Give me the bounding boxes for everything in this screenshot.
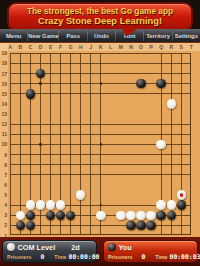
- row-label-18: 18: [0, 60, 7, 66]
- col-label-H: H: [79, 44, 83, 50]
- col-label-P: P: [149, 44, 152, 50]
- hoshi-K10: [100, 143, 103, 146]
- promo-line2: Crazy Stone Deep Learning!: [38, 16, 162, 27]
- white-stone-C4: [26, 200, 35, 209]
- col-label-Q: Q: [159, 44, 163, 50]
- hoshi-D10: [39, 143, 42, 146]
- row-label-8: 8: [0, 162, 7, 168]
- white-stone-K3: [96, 211, 105, 220]
- col-label-C: C: [29, 44, 33, 50]
- col-label-D: D: [39, 44, 43, 50]
- menu-item-pass[interactable]: Pass: [58, 31, 86, 41]
- you-prisoners-label: Prisoners: [108, 254, 132, 260]
- row-label-5: 5: [0, 192, 7, 198]
- white-stone-Q10: [156, 140, 165, 149]
- black-stone-P2: [146, 221, 155, 230]
- com-time-value: 00:00:00: [69, 253, 100, 261]
- hoshi-K16: [100, 82, 103, 85]
- menu-bar: MenuNew GamePassUndoHintTerritorySetting…: [0, 29, 200, 42]
- last-move-marker: [180, 193, 183, 196]
- black-stone-Q3: [156, 211, 165, 220]
- promo-banner[interactable]: The strongest, the best Go game app Craz…: [7, 2, 193, 32]
- white-stone-M3: [116, 211, 125, 220]
- white-stone-H5: [76, 190, 85, 199]
- col-label-S: S: [180, 44, 183, 50]
- white-stone-D4: [36, 200, 45, 209]
- black-stone-N2: [126, 221, 135, 230]
- black-stone-C15: [26, 89, 35, 98]
- white-stone-Q4: [156, 200, 165, 209]
- row-label-7: 7: [0, 172, 7, 178]
- black-stone-C3: [26, 211, 35, 220]
- you-prisoners-value: 0: [141, 253, 145, 261]
- black-stone-O16: [136, 79, 145, 88]
- col-label-B: B: [19, 44, 23, 50]
- white-stone-F4: [56, 200, 65, 209]
- white-stone-R4: [167, 200, 176, 209]
- black-stone-S4: [177, 200, 186, 209]
- you-time-value: 00:00:03: [170, 253, 200, 261]
- row-label-4: 4: [0, 202, 7, 208]
- row-label-14: 14: [0, 101, 7, 107]
- com-prisoners-value: 0: [40, 253, 44, 261]
- col-label-G: G: [69, 44, 73, 50]
- menu-item-settings[interactable]: Settings: [172, 31, 200, 41]
- col-label-K: K: [99, 44, 103, 50]
- col-label-T: T: [190, 44, 193, 50]
- col-label-J: J: [89, 44, 92, 50]
- row-label-19: 19: [0, 50, 7, 56]
- col-label-N: N: [129, 44, 133, 50]
- col-label-L: L: [109, 44, 112, 50]
- col-label-F: F: [59, 44, 62, 50]
- black-stone-B2: [16, 221, 25, 230]
- white-stone-O3: [136, 211, 145, 220]
- menu-item-territory[interactable]: Territory: [143, 31, 171, 41]
- col-label-R: R: [169, 44, 173, 50]
- promo-line1: The strongest, the best Go game app: [27, 7, 173, 17]
- white-stone-B3: [16, 211, 25, 220]
- col-label-M: M: [119, 44, 123, 50]
- com-level-value: 2d: [71, 243, 80, 252]
- menu-item-undo[interactable]: Undo: [87, 31, 115, 41]
- row-label-3: 3: [0, 212, 7, 218]
- black-stone-icon: [108, 243, 116, 251]
- row-label-13: 13: [0, 111, 7, 117]
- white-stone-S5: [177, 190, 186, 199]
- com-prisoners-label: Prisoners: [7, 254, 31, 260]
- status-bar: COM Level 2d Prisoners 0 Time 00:00:00 Y…: [0, 237, 200, 266]
- you-player-name: You: [119, 243, 132, 252]
- com-player-panel: COM Level 2d Prisoners 0 Time 00:00:00: [2, 240, 97, 263]
- row-label-11: 11: [0, 131, 7, 137]
- white-stone-P3: [146, 211, 155, 220]
- hoshi-D16: [39, 82, 42, 85]
- crazystone-app: The strongest, the best Go game app Craz…: [0, 0, 200, 266]
- col-label-O: O: [139, 44, 143, 50]
- white-stone-E4: [46, 200, 55, 209]
- com-time-label: Time: [54, 254, 66, 260]
- row-label-15: 15: [0, 91, 7, 97]
- white-stone-N3: [126, 211, 135, 220]
- white-stone-icon: [7, 243, 15, 251]
- promo-banner-tail: [122, 28, 138, 37]
- white-stone-R14: [167, 99, 176, 108]
- com-player-name: COM Level: [18, 243, 56, 252]
- you-player-panel: You Prisoners 0 Time 00:00:03: [103, 240, 198, 263]
- go-board: ABCDEFGHJKLMNOPQRST191817161514131211109…: [0, 42, 200, 237]
- row-label-17: 17: [0, 71, 7, 77]
- menu-item-menu[interactable]: Menu: [0, 31, 27, 41]
- row-label-12: 12: [0, 121, 7, 127]
- row-label-9: 9: [0, 152, 7, 158]
- you-time-label: Time: [155, 254, 167, 260]
- menu-item-new-game[interactable]: New Game: [27, 31, 58, 41]
- col-label-A: A: [9, 44, 13, 50]
- black-stone-R3: [167, 211, 176, 220]
- row-label-10: 10: [0, 141, 7, 147]
- black-stone-O2: [136, 221, 145, 230]
- row-label-2: 2: [0, 222, 7, 228]
- col-label-E: E: [49, 44, 52, 50]
- row-label-16: 16: [0, 81, 7, 87]
- row-label-6: 6: [0, 182, 7, 188]
